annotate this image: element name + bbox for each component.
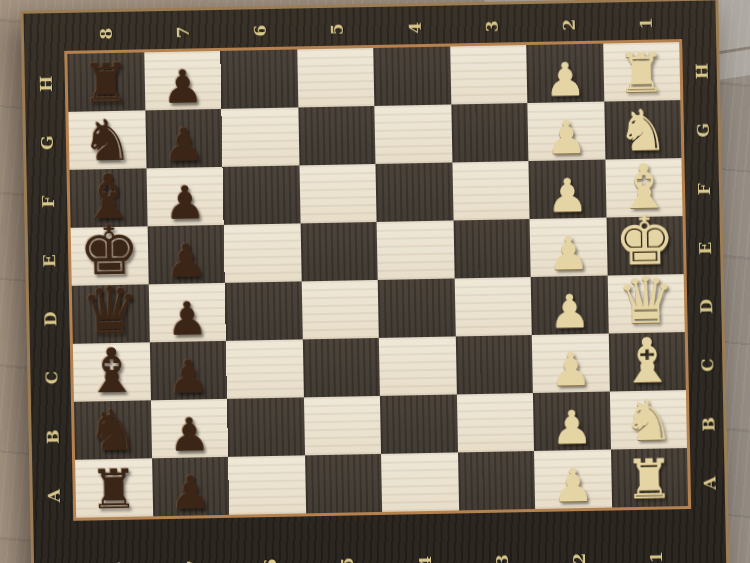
- file-label-left-F: F: [38, 194, 58, 207]
- square-e7: ♟: [147, 225, 225, 284]
- file-label-right-H: H: [692, 62, 712, 79]
- square-a8: ♜: [75, 458, 153, 517]
- square-c7: ♟: [149, 341, 227, 400]
- square-e8: ♚: [71, 226, 149, 285]
- square-a3: [458, 451, 536, 510]
- file-label-right-C: C: [697, 357, 717, 372]
- black-king-e8: ♚: [78, 217, 140, 286]
- file-label-left-E: E: [39, 253, 59, 267]
- rank-label-bottom-1: 1: [646, 550, 666, 563]
- black-knight-g8: ♞: [81, 112, 133, 170]
- square-h8: ♜: [67, 52, 145, 111]
- square-c2: ♟: [532, 334, 610, 393]
- square-f2: ♟: [528, 160, 606, 219]
- black-pawn-e7: ♟: [165, 237, 207, 284]
- black-pawn-a7: ♟: [169, 469, 211, 516]
- square-a7: ♟: [152, 457, 230, 516]
- white-queen-d1: ♛: [616, 267, 676, 333]
- square-c3: [455, 335, 533, 394]
- square-e4: [377, 220, 455, 279]
- rank-label-bottom-6: 6: [260, 557, 280, 563]
- square-g3: [451, 103, 529, 162]
- rank-label-bottom-3: 3: [492, 553, 512, 563]
- rank-label-top-6: 6: [250, 24, 270, 37]
- black-pawn-h7: ♟: [162, 63, 204, 110]
- black-pawn-d7: ♟: [166, 295, 208, 342]
- square-b3: [456, 393, 534, 452]
- square-a2: ♟: [534, 450, 612, 509]
- white-pawn-d2: ♟: [549, 288, 591, 335]
- white-king-e1: ♚: [614, 206, 676, 275]
- square-h3: [450, 45, 528, 104]
- file-label-right-E: E: [695, 240, 715, 254]
- square-c6: [226, 339, 304, 398]
- square-f6: [222, 165, 300, 224]
- black-pawn-g7: ♟: [163, 121, 205, 168]
- square-d5: [301, 280, 379, 339]
- square-a4: [381, 452, 459, 511]
- white-rook-a1: ♜: [625, 452, 674, 507]
- white-pawn-h2: ♟: [544, 56, 586, 103]
- file-label-right-G: G: [693, 122, 713, 138]
- rank-label-bottom-4: 4: [415, 554, 435, 563]
- square-g4: [374, 105, 452, 164]
- black-pawn-c7: ♟: [167, 353, 209, 400]
- square-h4: [373, 47, 451, 106]
- file-label-left-D: D: [40, 311, 60, 327]
- file-label-right-D: D: [696, 298, 716, 314]
- square-h5: [297, 48, 375, 107]
- white-bishop-c1: ♝: [619, 329, 675, 391]
- black-queen-d8: ♛: [81, 278, 141, 344]
- square-g2: ♟: [527, 102, 605, 161]
- rank-label-bottom-7: 7: [183, 559, 203, 563]
- black-rook-h8: ♜: [81, 57, 130, 112]
- square-d1: ♛: [607, 274, 685, 333]
- square-h6: [220, 49, 298, 108]
- square-c5: [302, 338, 380, 397]
- rank-label-top-2: 2: [559, 18, 579, 31]
- file-label-left-C: C: [41, 370, 61, 385]
- rank-label-top-1: 1: [636, 16, 656, 29]
- square-h2: ♟: [526, 44, 604, 103]
- chess-board: ♜♟♟♜♞♟♟♞♝♟♟♝♚♟♟♚♛♟♟♛♝♟♟♝♞♟♟♞♜♟♟♜ 8765432…: [20, 0, 729, 563]
- black-pawn-f7: ♟: [164, 179, 206, 226]
- square-e6: [224, 223, 302, 282]
- square-f7: ♟: [146, 167, 224, 226]
- square-b2: ♟: [533, 392, 611, 451]
- square-h7: ♟: [144, 51, 222, 110]
- white-knight-b1: ♞: [622, 391, 674, 449]
- square-b4: [380, 394, 458, 453]
- black-knight-b8: ♞: [87, 402, 139, 460]
- square-d7: ♟: [148, 283, 226, 342]
- file-label-right-A: A: [700, 475, 720, 490]
- square-g7: ♟: [145, 109, 223, 168]
- square-e1: ♚: [606, 216, 684, 275]
- square-f8: ♝: [70, 168, 148, 227]
- square-c1: ♝: [608, 332, 686, 391]
- square-d3: [454, 277, 532, 336]
- playing-area: ♜♟♟♜♞♟♟♞♝♟♟♝♚♟♟♚♛♟♟♛♝♟♟♝♞♟♟♞♜♟♟♜: [64, 39, 691, 521]
- black-bishop-c8: ♝: [84, 340, 140, 402]
- file-label-left-B: B: [42, 428, 62, 444]
- white-pawn-b2: ♟: [551, 404, 593, 451]
- square-d2: ♟: [531, 276, 609, 335]
- white-pawn-a2: ♟: [552, 462, 594, 509]
- square-c4: [379, 336, 457, 395]
- square-h1: ♜: [603, 42, 681, 101]
- square-g1: ♞: [604, 100, 682, 159]
- rank-label-bottom-2: 2: [569, 552, 589, 563]
- square-e5: [300, 222, 378, 281]
- square-d4: [378, 278, 456, 337]
- square-d6: [225, 281, 303, 340]
- black-rook-a8: ♜: [89, 463, 138, 518]
- square-g6: [221, 107, 299, 166]
- square-d8: ♛: [72, 284, 150, 343]
- white-knight-g1: ♞: [617, 101, 669, 159]
- square-f1: ♝: [605, 158, 683, 217]
- file-label-right-B: B: [698, 416, 718, 432]
- square-a1: ♜: [610, 448, 688, 507]
- file-label-right-F: F: [694, 182, 714, 195]
- square-b7: ♟: [150, 399, 228, 458]
- white-bishop-f1: ♝: [616, 155, 672, 217]
- rank-label-bottom-5: 5: [337, 556, 357, 563]
- square-c8: ♝: [73, 342, 151, 401]
- square-b1: ♞: [609, 390, 687, 449]
- rank-label-top-4: 4: [404, 21, 424, 34]
- square-g5: [298, 106, 376, 165]
- photo-background: ♜♟♟♜♞♟♟♞♝♟♟♝♚♟♟♚♛♟♟♛♝♟♟♝♞♟♟♞♜♟♟♜ 8765432…: [0, 0, 750, 563]
- square-e3: [453, 219, 531, 278]
- black-pawn-b7: ♟: [168, 411, 210, 458]
- file-label-left-A: A: [44, 488, 64, 503]
- rank-label-top-7: 7: [173, 25, 193, 38]
- white-pawn-c2: ♟: [550, 346, 592, 393]
- square-a5: [305, 454, 383, 513]
- square-a6: [228, 455, 306, 514]
- square-b6: [227, 397, 305, 456]
- white-rook-h1: ♜: [617, 46, 666, 101]
- white-pawn-e2: ♟: [547, 230, 589, 277]
- square-b8: ♞: [74, 400, 152, 459]
- rank-label-top-3: 3: [482, 19, 502, 32]
- white-pawn-f2: ♟: [546, 172, 588, 219]
- white-pawn-g2: ♟: [545, 114, 587, 161]
- square-g8: ♞: [68, 110, 146, 169]
- file-label-left-G: G: [37, 134, 57, 150]
- rank-label-top-8: 8: [95, 27, 115, 40]
- square-e2: ♟: [530, 218, 608, 277]
- square-b5: [303, 396, 381, 455]
- black-bishop-f8: ♝: [80, 166, 136, 228]
- rank-label-top-5: 5: [327, 22, 347, 35]
- square-f3: [452, 161, 530, 220]
- square-f5: [299, 164, 377, 223]
- file-label-left-H: H: [36, 75, 56, 92]
- square-f4: [375, 162, 453, 221]
